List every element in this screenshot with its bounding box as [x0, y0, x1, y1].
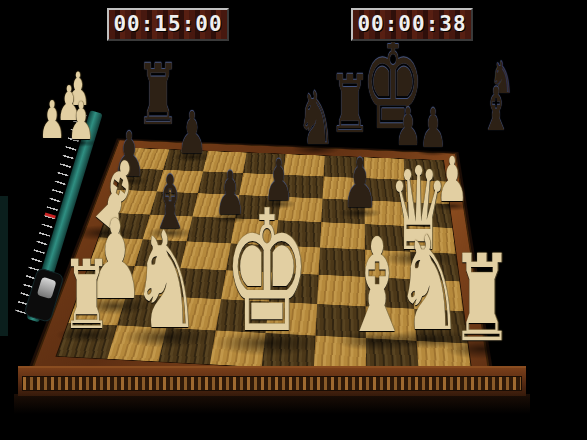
piece-white-rook-h1[interactable]: ♜ — [447, 239, 517, 359]
piece-white-knight-b1[interactable]: ♞ — [127, 214, 205, 348]
white-clock: 00:15:00 — [107, 8, 229, 41]
meander-inlay — [22, 376, 522, 391]
gauge-slider[interactable] — [36, 277, 56, 300]
piece-white-rook-a1[interactable]: ♜ — [58, 248, 113, 343]
piece-black-pawn-f4[interactable]: ♟ — [340, 150, 379, 218]
white-clock-time: 00:15:00 — [109, 10, 227, 39]
black-clock-time: 00:00:38 — [353, 10, 471, 39]
captured-black-bishop: ♝ — [479, 79, 514, 139]
piece-white-bishop-f1[interactable]: ♝ — [339, 221, 414, 351]
piece-white-king-d1[interactable]: ♚ — [218, 188, 315, 356]
captured-white-pawn: ♟ — [37, 94, 67, 146]
board-apron — [18, 366, 526, 396]
black-clock: 00:00:38 — [351, 8, 473, 41]
piece-black-pawn-b7[interactable]: ♟ — [175, 104, 209, 162]
board-apron-shadow — [14, 394, 530, 414]
virtual-chess-screen: { "game": "chess", "view": "3d-perspecti… — [0, 0, 587, 440]
piece-black-knight-e7[interactable]: ♞ — [295, 81, 338, 155]
captured-white-pawn: ♟ — [66, 95, 96, 147]
gauge-edge-sliver — [0, 196, 8, 336]
